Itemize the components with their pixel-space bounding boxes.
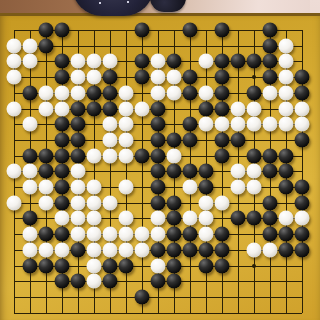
- white-stone: [87, 180, 102, 195]
- black-stone: [23, 85, 38, 100]
- black-stone: [295, 242, 310, 257]
- black-stone: [55, 227, 70, 242]
- black-stone: [263, 23, 278, 38]
- black-stone: [263, 70, 278, 85]
- black-stone: [39, 148, 54, 163]
- black-stone: [151, 117, 166, 132]
- white-stone: [263, 85, 278, 100]
- black-stone: [23, 258, 38, 273]
- white-stone: [263, 242, 278, 257]
- black-stone: [167, 274, 182, 289]
- black-stone: [215, 54, 230, 69]
- black-stone: [39, 23, 54, 38]
- white-stone: [7, 195, 22, 210]
- black-stone: [151, 164, 166, 179]
- white-stone: [183, 180, 198, 195]
- white-stone: [87, 258, 102, 273]
- black-stone: [215, 101, 230, 116]
- black-stone: [231, 211, 246, 226]
- white-stone: [87, 242, 102, 257]
- white-stone: [199, 54, 214, 69]
- black-stone: [183, 23, 198, 38]
- black-stone: [135, 70, 150, 85]
- white-stone: [119, 211, 134, 226]
- black-stone: [151, 148, 166, 163]
- white-stone: [7, 164, 22, 179]
- black-stone: [55, 23, 70, 38]
- black-stone: [263, 227, 278, 242]
- white-stone: [103, 242, 118, 257]
- white-stone: [39, 195, 54, 210]
- white-stone: [231, 164, 246, 179]
- board-grid: [0, 16, 320, 320]
- white-stone: [103, 195, 118, 210]
- white-stone: [119, 101, 134, 116]
- white-stone: [71, 70, 86, 85]
- black-stone: [263, 211, 278, 226]
- black-stone: [151, 274, 166, 289]
- black-stone: [231, 54, 246, 69]
- black-stone: [55, 132, 70, 147]
- black-stone: [295, 180, 310, 195]
- grid-line: [14, 313, 302, 314]
- black-stone: [263, 195, 278, 210]
- black-stone: [199, 180, 214, 195]
- black-stone: [55, 117, 70, 132]
- black-stone: [199, 242, 214, 257]
- white-stone: [247, 242, 262, 257]
- black-stone: [23, 211, 38, 226]
- white-stone: [183, 211, 198, 226]
- white-stone: [55, 85, 70, 100]
- black-stone: [39, 227, 54, 242]
- black-stone: [55, 148, 70, 163]
- black-stone: [247, 85, 262, 100]
- white-stone: [199, 85, 214, 100]
- white-stone: [135, 227, 150, 242]
- white-stone: [71, 227, 86, 242]
- white-stone: [135, 242, 150, 257]
- black-stone: [167, 54, 182, 69]
- black-stone: [183, 164, 198, 179]
- black-stone: [71, 132, 86, 147]
- black-stone: [263, 54, 278, 69]
- white-stone: [39, 101, 54, 116]
- white-stone: [23, 117, 38, 132]
- white-stone: [279, 117, 294, 132]
- black-stone: [55, 180, 70, 195]
- white-stone: [55, 211, 70, 226]
- black-stone: [167, 211, 182, 226]
- black-stone: [183, 70, 198, 85]
- white-stone: [23, 164, 38, 179]
- black-stone: [87, 101, 102, 116]
- black-stone: [199, 258, 214, 273]
- white-stone: [199, 117, 214, 132]
- black-stone: [167, 132, 182, 147]
- white-stone: [279, 101, 294, 116]
- black-stone: [215, 148, 230, 163]
- white-stone: [119, 148, 134, 163]
- black-stone: [103, 274, 118, 289]
- black-stone: [247, 54, 262, 69]
- white-stone: [167, 85, 182, 100]
- black-stone: [167, 242, 182, 257]
- white-stone: [247, 164, 262, 179]
- black-stone: [151, 195, 166, 210]
- white-stone: [23, 38, 38, 53]
- black-stone: [279, 227, 294, 242]
- white-stone: [119, 117, 134, 132]
- white-stone: [231, 117, 246, 132]
- white-stone: [295, 117, 310, 132]
- white-stone: [71, 54, 86, 69]
- white-stone: [71, 164, 86, 179]
- white-stone: [151, 211, 166, 226]
- white-stone: [7, 38, 22, 53]
- white-stone: [279, 211, 294, 226]
- black-stone: [231, 132, 246, 147]
- black-stone: [55, 258, 70, 273]
- white-stone: [151, 258, 166, 273]
- black-stone: [55, 70, 70, 85]
- white-stone: [71, 180, 86, 195]
- black-stone: [295, 70, 310, 85]
- white-stone: [87, 274, 102, 289]
- black-stone: [55, 195, 70, 210]
- black-stone: [247, 148, 262, 163]
- black-stone: [135, 23, 150, 38]
- black-stone: [167, 164, 182, 179]
- white-stone: [103, 148, 118, 163]
- white-stone: [247, 117, 262, 132]
- white-stone: [103, 132, 118, 147]
- black-stone: [183, 227, 198, 242]
- black-stone: [87, 85, 102, 100]
- black-stone: [279, 148, 294, 163]
- black-stone: [295, 85, 310, 100]
- black-stone: [183, 117, 198, 132]
- hoshi-point: [252, 75, 256, 79]
- black-stone: [295, 195, 310, 210]
- white-stone: [167, 70, 182, 85]
- white-stone: [215, 195, 230, 210]
- white-stone: [87, 70, 102, 85]
- black-stone: [103, 85, 118, 100]
- white-stone: [39, 85, 54, 100]
- white-stone: [39, 242, 54, 257]
- white-stone: [279, 38, 294, 53]
- white-stone: [279, 85, 294, 100]
- black-stone: [199, 101, 214, 116]
- black-stone: [167, 258, 182, 273]
- white-stone: [23, 54, 38, 69]
- black-stone: [23, 148, 38, 163]
- black-stone: [263, 148, 278, 163]
- white-stone: [199, 211, 214, 226]
- black-stone: [103, 258, 118, 273]
- white-stone: [199, 195, 214, 210]
- black-stone: [55, 274, 70, 289]
- black-stone: [39, 258, 54, 273]
- black-stone: [215, 132, 230, 147]
- white-stone: [87, 148, 102, 163]
- black-stone: [71, 274, 86, 289]
- black-stone: [247, 211, 262, 226]
- black-stone: [39, 164, 54, 179]
- black-stone: [103, 70, 118, 85]
- black-stone: [71, 242, 86, 257]
- white-stone: [103, 227, 118, 242]
- white-stone: [295, 101, 310, 116]
- black-stone: [295, 227, 310, 242]
- black-stone: [183, 132, 198, 147]
- white-stone: [55, 242, 70, 257]
- black-stone: [183, 242, 198, 257]
- black-stone: [55, 54, 70, 69]
- black-stone: [71, 117, 86, 132]
- white-stone: [151, 85, 166, 100]
- white-stone: [295, 211, 310, 226]
- black-stone: [55, 164, 70, 179]
- white-stone: [247, 101, 262, 116]
- black-stone: [279, 242, 294, 257]
- hoshi-point: [252, 264, 256, 268]
- white-stone: [39, 180, 54, 195]
- black-stone: [199, 164, 214, 179]
- white-stone: [231, 180, 246, 195]
- black-stone: [215, 227, 230, 242]
- white-stone: [151, 70, 166, 85]
- white-stone: [199, 227, 214, 242]
- white-stone: [279, 70, 294, 85]
- black-stone: [39, 38, 54, 53]
- black-stone: [71, 101, 86, 116]
- white-stone: [87, 54, 102, 69]
- white-stone: [247, 180, 262, 195]
- black-stone: [295, 132, 310, 147]
- black-stone: [215, 23, 230, 38]
- black-stone: [151, 180, 166, 195]
- white-stone: [151, 54, 166, 69]
- white-stone: [23, 180, 38, 195]
- white-stone: [71, 85, 86, 100]
- black-stone: [135, 289, 150, 304]
- black-stone: [103, 101, 118, 116]
- black-stone: [263, 38, 278, 53]
- white-stone: [23, 227, 38, 242]
- white-stone: [167, 148, 182, 163]
- black-stone: [151, 132, 166, 147]
- white-stone: [119, 85, 134, 100]
- white-stone: [263, 117, 278, 132]
- white-stone: [87, 195, 102, 210]
- white-stone: [151, 227, 166, 242]
- white-stone: [231, 101, 246, 116]
- white-stone: [119, 180, 134, 195]
- black-stone: [215, 85, 230, 100]
- white-stone: [215, 117, 230, 132]
- black-stone: [119, 258, 134, 273]
- white-stone: [119, 242, 134, 257]
- black-stone: [215, 242, 230, 257]
- white-stone: [87, 227, 102, 242]
- black-stone: [215, 70, 230, 85]
- white-stone: [135, 101, 150, 116]
- white-stone: [103, 54, 118, 69]
- black-stone: [135, 148, 150, 163]
- black-stone: [167, 227, 182, 242]
- black-stone: [151, 242, 166, 257]
- black-stone: [263, 164, 278, 179]
- white-stone: [7, 54, 22, 69]
- white-stone: [7, 101, 22, 116]
- white-stone: [71, 195, 86, 210]
- white-stone: [7, 70, 22, 85]
- black-stone: [71, 148, 86, 163]
- white-stone: [119, 132, 134, 147]
- black-stone: [183, 85, 198, 100]
- white-stone: [71, 211, 86, 226]
- go-game-photo: { "game": "go", "board_size": 19, "scene…: [0, 0, 320, 320]
- black-stone: [167, 195, 182, 210]
- black-stone: [151, 101, 166, 116]
- white-stone: [87, 211, 102, 226]
- go-board: [0, 13, 320, 320]
- white-stone: [55, 101, 70, 116]
- black-stone: [135, 54, 150, 69]
- white-stone: [23, 242, 38, 257]
- white-stone: [279, 54, 294, 69]
- black-stone: [279, 180, 294, 195]
- white-stone: [119, 227, 134, 242]
- black-stone: [279, 164, 294, 179]
- white-stone: [103, 117, 118, 132]
- black-stone: [215, 258, 230, 273]
